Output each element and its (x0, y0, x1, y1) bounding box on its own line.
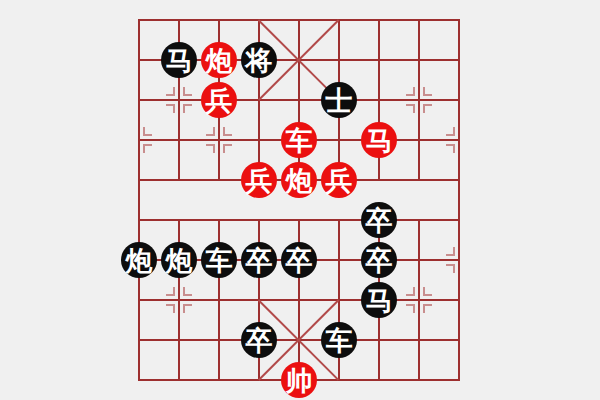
point-marker (206, 144, 215, 153)
point-marker (183, 87, 192, 96)
point-marker (166, 104, 175, 113)
point-marker (206, 127, 215, 136)
point-marker (446, 144, 455, 153)
piece-red-soldier[interactable]: 兵 (321, 162, 357, 198)
point-marker (406, 104, 415, 113)
piece-red-cannon[interactable]: 炮 (281, 162, 317, 198)
point-marker (143, 144, 152, 153)
point-marker (183, 304, 192, 313)
point-marker (183, 287, 192, 296)
point-marker (166, 87, 175, 96)
point-marker (406, 287, 415, 296)
point-marker (223, 127, 232, 136)
grid-line-vertical (418, 219, 420, 381)
point-marker (166, 304, 175, 313)
point-marker (446, 127, 455, 136)
point-marker (423, 104, 432, 113)
piece-red-chariot[interactable]: 车 (281, 122, 317, 158)
grid-line-vertical (418, 19, 420, 181)
piece-black-cannon[interactable]: 炮 (121, 242, 157, 278)
point-marker (446, 247, 455, 256)
point-marker (166, 287, 175, 296)
point-marker (446, 264, 455, 273)
point-marker (183, 104, 192, 113)
piece-black-soldier[interactable]: 卒 (361, 242, 397, 278)
point-marker (406, 87, 415, 96)
point-marker (143, 127, 152, 136)
xiangqi-board: 马炮将兵士车马兵炮兵卒炮炮车卒卒卒马卒车帅 (0, 0, 600, 400)
piece-black-chariot[interactable]: 车 (321, 322, 357, 358)
piece-black-soldier[interactable]: 卒 (241, 322, 277, 358)
piece-black-general[interactable]: 将 (241, 42, 277, 78)
point-marker (423, 87, 432, 96)
grid-line-vertical (458, 19, 460, 381)
point-marker (406, 304, 415, 313)
point-marker (223, 144, 232, 153)
point-marker (423, 304, 432, 313)
piece-black-chariot[interactable]: 车 (201, 242, 237, 278)
piece-black-soldier[interactable]: 卒 (361, 202, 397, 238)
piece-red-horse[interactable]: 马 (361, 122, 397, 158)
grid-line-vertical (138, 19, 140, 381)
piece-red-soldier[interactable]: 兵 (201, 82, 237, 118)
piece-black-soldier[interactable]: 卒 (241, 242, 277, 278)
piece-black-horse[interactable]: 马 (161, 42, 197, 78)
piece-black-horse[interactable]: 马 (361, 282, 397, 318)
piece-red-cannon[interactable]: 炮 (201, 42, 237, 78)
piece-black-advisor[interactable]: 士 (321, 82, 357, 118)
point-marker (423, 287, 432, 296)
piece-red-soldier[interactable]: 兵 (241, 162, 277, 198)
piece-black-soldier[interactable]: 卒 (281, 242, 317, 278)
piece-black-cannon[interactable]: 炮 (161, 242, 197, 278)
piece-red-general[interactable]: 帅 (281, 362, 317, 398)
